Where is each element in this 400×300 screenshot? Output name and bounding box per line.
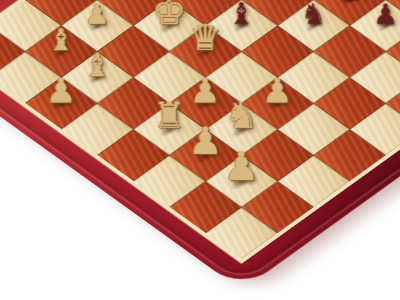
red-pawn-shadow <box>372 15 400 36</box>
white-pawn-shadow <box>260 91 295 116</box>
white-knight-shadow <box>0 41 5 63</box>
white-pawn-shadow <box>188 91 223 116</box>
red-knight-shadow <box>299 15 329 37</box>
white-king-shadow <box>150 12 189 40</box>
white-rook-shadow <box>151 116 188 143</box>
board-grid: ♞♝♟♟♝♚♛♝♜♟♞♟♟♞♟♟♟ <box>0 0 400 259</box>
white-bishop-shadow <box>46 41 77 63</box>
white-pawn-shadow <box>83 15 112 36</box>
board-maple-border: ♞♝♟♟♝♚♛♝♜♟♞♟♟♞♟♟♟ <box>0 0 400 264</box>
white-pawn-shadow <box>186 141 225 169</box>
white-pawn-shadow <box>221 167 263 197</box>
red-pawn-g4: ♟ <box>338 0 361 3</box>
white-bishop-shadow <box>81 66 114 90</box>
red-bishop-shadow <box>226 15 257 37</box>
red-pawn-shadow <box>336 0 363 10</box>
white-knight-shadow <box>223 116 261 144</box>
white-pawn-shadow <box>44 91 79 116</box>
chess-board: ♞♝♟♟♝♚♛♝♜♟♞♟♟♞♟♟♟ <box>0 0 400 290</box>
white-queen-shadow <box>187 38 224 65</box>
photo-stage: ♞♝♟♟♝♚♛♝♜♟♞♟♟♞♟♟♟ <box>0 0 400 300</box>
board-rim: ♞♝♟♟♝♚♛♝♜♟♞♟♟♞♟♟♟ <box>0 0 400 290</box>
